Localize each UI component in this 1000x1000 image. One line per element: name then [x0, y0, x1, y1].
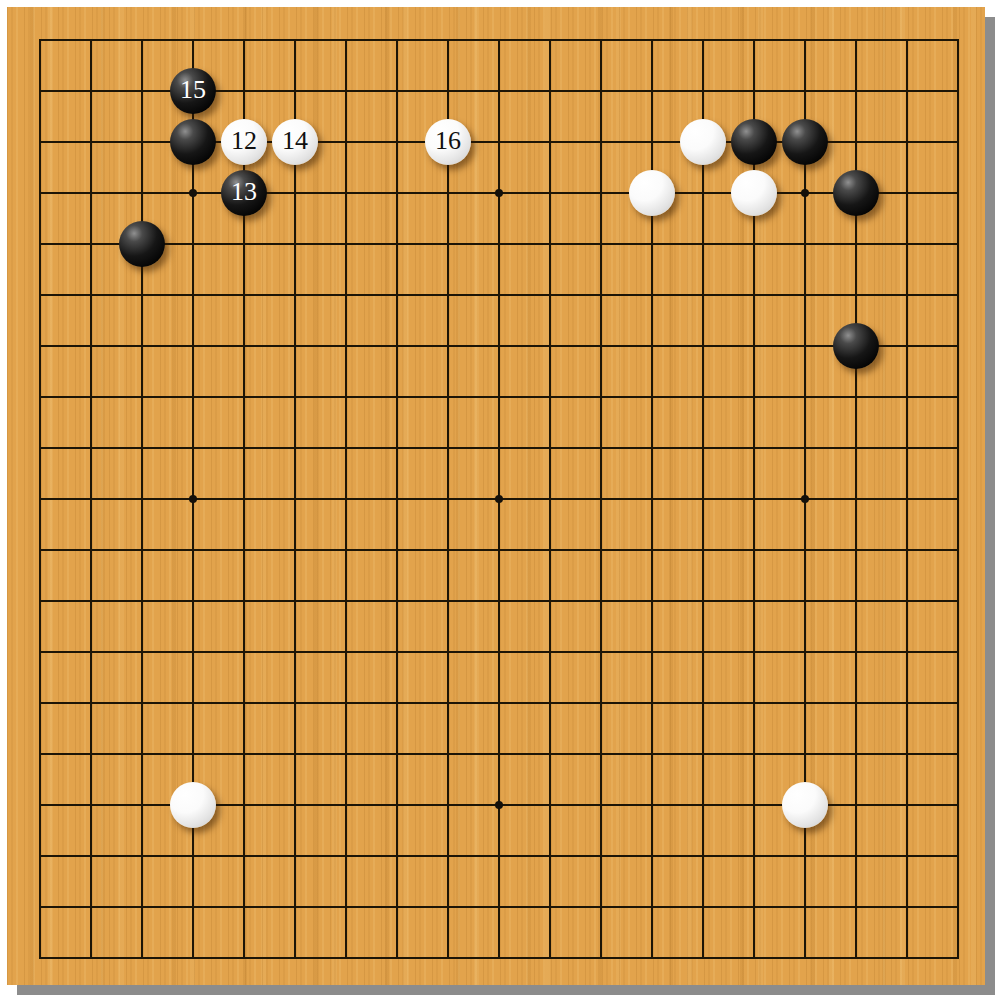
- black-stone: [170, 119, 216, 165]
- move-number: 15: [180, 77, 206, 103]
- intersection-R16[interactable]: [831, 168, 882, 219]
- intersection-N16[interactable]: [627, 168, 678, 219]
- black-stone: [782, 119, 828, 165]
- white-stone: [629, 170, 675, 216]
- move-number: 12: [231, 128, 257, 154]
- white-stone: [782, 782, 828, 828]
- intersection-R13[interactable]: [831, 321, 882, 372]
- move-number: 13: [231, 179, 257, 205]
- go-board: 1513121416: [7, 7, 985, 985]
- move-number: 16: [435, 128, 461, 154]
- intersection-C15[interactable]: [117, 219, 168, 270]
- white-stone: [731, 170, 777, 216]
- black-stone: [731, 119, 777, 165]
- intersection-D17[interactable]: [168, 117, 219, 168]
- white-stone: 14: [272, 119, 318, 165]
- intersection-E17[interactable]: 12: [219, 117, 270, 168]
- black-stone: 13: [221, 170, 267, 216]
- intersection-Q4[interactable]: [780, 780, 831, 831]
- black-stone: 15: [170, 68, 216, 114]
- white-stone: [170, 782, 216, 828]
- intersection-Q17[interactable]: [780, 117, 831, 168]
- black-stone: [119, 221, 165, 267]
- intersection-O17[interactable]: [678, 117, 729, 168]
- stones-grid: 1513121416: [15, 15, 984, 984]
- intersection-D18[interactable]: 15: [168, 66, 219, 117]
- white-stone: 16: [425, 119, 471, 165]
- white-stone: [680, 119, 726, 165]
- move-number: 14: [282, 128, 308, 154]
- black-stone: [833, 170, 879, 216]
- intersection-J17[interactable]: 16: [423, 117, 474, 168]
- intersection-E16[interactable]: 13: [219, 168, 270, 219]
- black-stone: [833, 323, 879, 369]
- intersection-P16[interactable]: [729, 168, 780, 219]
- intersection-F17[interactable]: 14: [270, 117, 321, 168]
- intersection-P17[interactable]: [729, 117, 780, 168]
- intersection-D4[interactable]: [168, 780, 219, 831]
- white-stone: 12: [221, 119, 267, 165]
